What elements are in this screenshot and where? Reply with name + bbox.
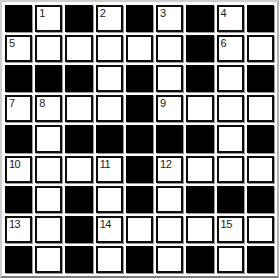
white-cell-r7c2[interactable] bbox=[35, 186, 62, 213]
clue-number-13: 13 bbox=[9, 218, 20, 230]
clue-number-14: 14 bbox=[100, 218, 111, 230]
white-cell-r8c9[interactable] bbox=[247, 216, 274, 243]
white-cell-r9c4[interactable] bbox=[96, 246, 123, 273]
black-cell-r3c9 bbox=[247, 65, 274, 92]
white-cell-r8c8[interactable]: 15 bbox=[217, 216, 244, 243]
puzzle-frame: 123456789101112131415 bbox=[0, 0, 279, 278]
white-cell-r8c4[interactable]: 14 bbox=[96, 216, 123, 243]
clue-number-10: 10 bbox=[9, 158, 20, 170]
black-cell-r1c5 bbox=[126, 5, 153, 32]
white-cell-r4c9[interactable] bbox=[247, 95, 274, 122]
white-cell-r8c6[interactable] bbox=[156, 216, 183, 243]
white-cell-r4c3[interactable] bbox=[65, 95, 92, 122]
black-cell-r7c5 bbox=[126, 186, 153, 213]
white-cell-r4c2[interactable]: 8 bbox=[35, 95, 62, 122]
black-cell-r7c8 bbox=[217, 186, 244, 213]
white-cell-r6c3[interactable] bbox=[65, 156, 92, 183]
clue-number-4: 4 bbox=[221, 7, 227, 19]
black-cell-r9c7 bbox=[186, 246, 213, 273]
black-cell-r1c3 bbox=[65, 5, 92, 32]
white-cell-r2c8[interactable]: 6 bbox=[217, 35, 244, 62]
white-cell-r4c6[interactable]: 9 bbox=[156, 95, 183, 122]
black-cell-r9c3 bbox=[65, 246, 92, 273]
white-cell-r2c3[interactable] bbox=[65, 35, 92, 62]
black-cell-r1c7 bbox=[186, 5, 213, 32]
white-cell-r9c6[interactable] bbox=[156, 246, 183, 273]
white-cell-r2c9[interactable] bbox=[247, 35, 274, 62]
black-cell-r3c7 bbox=[186, 65, 213, 92]
black-cell-r9c1 bbox=[5, 246, 32, 273]
clue-number-7: 7 bbox=[9, 97, 15, 109]
black-cell-r7c1 bbox=[5, 186, 32, 213]
black-cell-r5c5 bbox=[126, 125, 153, 152]
black-cell-r3c2 bbox=[35, 65, 62, 92]
white-cell-r6c7[interactable] bbox=[186, 156, 213, 183]
black-cell-r6c5 bbox=[126, 156, 153, 183]
black-cell-r7c3 bbox=[65, 186, 92, 213]
crossword-grid: 123456789101112131415 bbox=[4, 4, 275, 274]
black-cell-r5c1 bbox=[5, 125, 32, 152]
white-cell-r3c4[interactable] bbox=[96, 65, 123, 92]
white-cell-r6c4[interactable]: 11 bbox=[96, 156, 123, 183]
black-cell-r5c9 bbox=[247, 125, 274, 152]
white-cell-r2c6[interactable] bbox=[156, 35, 183, 62]
clue-number-1: 1 bbox=[39, 7, 45, 19]
white-cell-r4c7[interactable] bbox=[186, 95, 213, 122]
white-cell-r6c1[interactable]: 10 bbox=[5, 156, 32, 183]
white-cell-r4c1[interactable]: 7 bbox=[5, 95, 32, 122]
clue-number-9: 9 bbox=[160, 97, 166, 109]
white-cell-r2c1[interactable]: 5 bbox=[5, 35, 32, 62]
white-cell-r8c7[interactable] bbox=[186, 216, 213, 243]
white-cell-r1c6[interactable]: 3 bbox=[156, 5, 183, 32]
black-cell-r5c3 bbox=[65, 125, 92, 152]
clue-number-15: 15 bbox=[221, 218, 232, 230]
black-cell-r5c7 bbox=[186, 125, 213, 152]
white-cell-r2c5[interactable] bbox=[126, 35, 153, 62]
black-cell-r5c4 bbox=[96, 125, 123, 152]
white-cell-r4c8[interactable] bbox=[217, 95, 244, 122]
clue-number-12: 12 bbox=[160, 158, 171, 170]
white-cell-r8c5[interactable] bbox=[126, 216, 153, 243]
white-cell-r8c2[interactable] bbox=[35, 216, 62, 243]
white-cell-r2c4[interactable] bbox=[96, 35, 123, 62]
clue-number-3: 3 bbox=[160, 7, 166, 19]
white-cell-r6c8[interactable] bbox=[217, 156, 244, 183]
white-cell-r4c4[interactable] bbox=[96, 95, 123, 122]
black-cell-r4c5 bbox=[126, 95, 153, 122]
clue-number-11: 11 bbox=[100, 158, 110, 170]
black-cell-r8c3 bbox=[65, 216, 92, 243]
clue-number-5: 5 bbox=[9, 37, 15, 49]
black-cell-r3c3 bbox=[65, 65, 92, 92]
black-cell-r9c5 bbox=[126, 246, 153, 273]
black-cell-r5c6 bbox=[156, 125, 183, 152]
white-cell-r5c8[interactable] bbox=[217, 125, 244, 152]
black-cell-r9c9 bbox=[247, 246, 274, 273]
white-cell-r7c4[interactable] bbox=[96, 186, 123, 213]
clue-number-6: 6 bbox=[221, 37, 227, 49]
white-cell-r5c2[interactable] bbox=[35, 125, 62, 152]
black-cell-r3c5 bbox=[126, 65, 153, 92]
white-cell-r1c2[interactable]: 1 bbox=[35, 5, 62, 32]
black-cell-r7c7 bbox=[186, 186, 213, 213]
black-cell-r1c1 bbox=[5, 5, 32, 32]
white-cell-r7c6[interactable] bbox=[156, 186, 183, 213]
white-cell-r2c2[interactable] bbox=[35, 35, 62, 62]
white-cell-r3c8[interactable] bbox=[217, 65, 244, 92]
black-cell-r7c9 bbox=[247, 186, 274, 213]
white-cell-r6c9[interactable] bbox=[247, 156, 274, 183]
clue-number-8: 8 bbox=[39, 97, 45, 109]
clue-number-2: 2 bbox=[100, 7, 106, 19]
white-cell-r6c2[interactable] bbox=[35, 156, 62, 183]
white-cell-r9c8[interactable] bbox=[217, 246, 244, 273]
black-cell-r1c9 bbox=[247, 5, 274, 32]
white-cell-r1c8[interactable]: 4 bbox=[217, 5, 244, 32]
black-cell-r2c7 bbox=[186, 35, 213, 62]
black-cell-r3c1 bbox=[5, 65, 32, 92]
white-cell-r6c6[interactable]: 12 bbox=[156, 156, 183, 183]
white-cell-r8c1[interactable]: 13 bbox=[5, 216, 32, 243]
white-cell-r9c2[interactable] bbox=[35, 246, 62, 273]
white-cell-r1c4[interactable]: 2 bbox=[96, 5, 123, 32]
white-cell-r3c6[interactable] bbox=[156, 65, 183, 92]
